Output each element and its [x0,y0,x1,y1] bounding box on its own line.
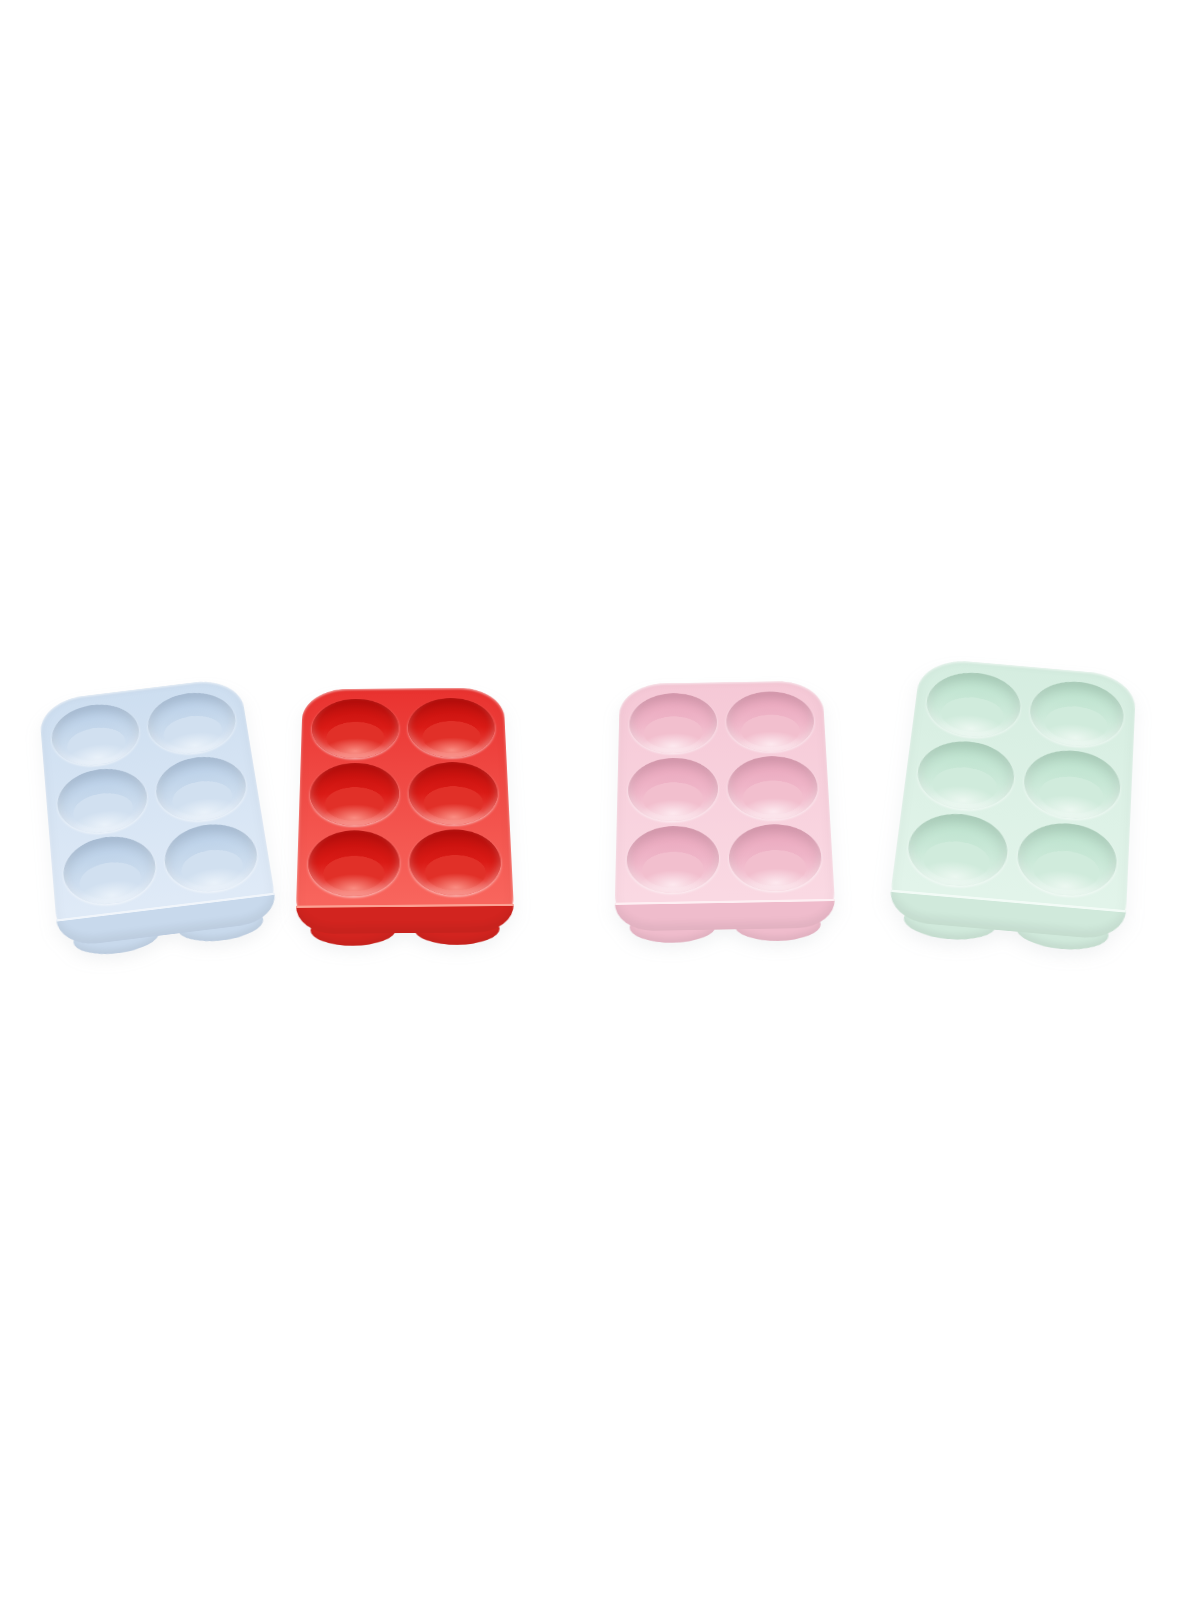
product-photo [0,0,1200,1600]
muffin-cup [49,700,142,770]
tray-foot [72,916,161,958]
muffin-cup [145,688,240,758]
muffin-tray-red [295,688,515,935]
muffin-cup [914,738,1017,814]
muffin-cup [727,755,819,820]
muffin-cup [628,757,719,822]
muffin-cup [629,692,717,754]
muffin-cup [409,829,502,896]
muffin-cup [161,819,262,896]
muffin-cup [153,752,251,826]
tray-foot [734,908,821,941]
muffin-cup [408,762,499,825]
tray-foot [176,903,266,945]
tray-foot [629,910,716,943]
tray-foot [414,913,500,945]
muffin-cup [55,764,151,838]
muffin-tray-pink [614,680,836,931]
tray-foot [310,914,396,946]
muffin-cup [904,810,1010,890]
muffin-tray-green [887,657,1137,941]
muffin-cup [311,698,399,758]
muffin-cup [307,830,399,897]
tray-foot [902,901,998,943]
muffin-cup [1015,819,1118,899]
muffin-tray-blue [38,677,279,948]
muffin-cup [728,824,823,892]
muffin-cup [726,691,816,752]
muffin-cup [1021,747,1121,823]
muffin-cup [408,698,496,758]
muffin-cup [923,669,1023,741]
tray-foot [1015,910,1110,953]
muffin-cup [309,763,399,826]
muffin-cup [61,832,159,910]
muffin-cup [626,825,719,893]
muffin-cup [1028,678,1125,750]
